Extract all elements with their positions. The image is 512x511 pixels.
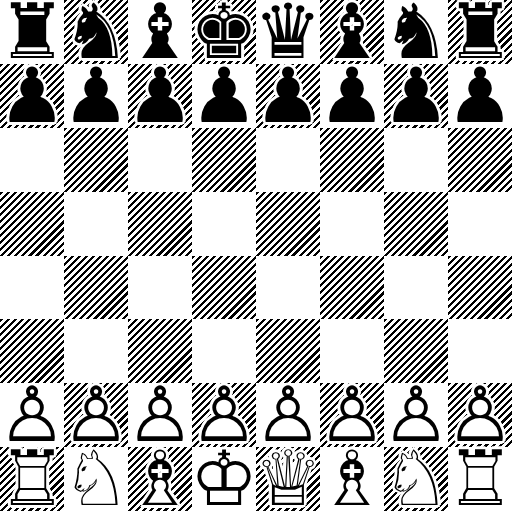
square-a5[interactable] bbox=[0, 192, 64, 256]
piece-black-pawn[interactable]: ♟♟ bbox=[64, 64, 128, 128]
piece-white-bishop[interactable]: ♝♗ bbox=[128, 447, 192, 511]
square-d4[interactable] bbox=[192, 256, 256, 320]
piece-glyph: ♗ bbox=[128, 447, 192, 511]
piece-glyph: ♟ bbox=[320, 64, 384, 128]
square-d5[interactable] bbox=[192, 192, 256, 256]
square-a4[interactable] bbox=[0, 256, 64, 320]
square-c4[interactable] bbox=[128, 256, 192, 320]
piece-black-pawn[interactable]: ♟♟ bbox=[192, 64, 256, 128]
piece-white-knight[interactable]: ♞♘ bbox=[64, 447, 128, 511]
square-h4[interactable] bbox=[448, 256, 512, 320]
square-f1[interactable]: ♝♗ bbox=[320, 447, 384, 511]
square-g1[interactable]: ♞♘ bbox=[384, 447, 448, 511]
piece-white-rook[interactable]: ♜♖ bbox=[448, 447, 512, 511]
piece-glyph: ♖ bbox=[448, 447, 512, 511]
piece-glyph: ♗ bbox=[320, 447, 384, 511]
square-h5[interactable] bbox=[448, 192, 512, 256]
square-e4[interactable] bbox=[256, 256, 320, 320]
piece-glyph: ♟ bbox=[448, 64, 512, 128]
square-c7[interactable]: ♟♟ bbox=[128, 64, 192, 128]
square-h1[interactable]: ♜♖ bbox=[448, 447, 512, 511]
square-d1[interactable]: ♚♔ bbox=[192, 447, 256, 511]
square-g7[interactable]: ♟♟ bbox=[384, 64, 448, 128]
square-a1[interactable]: ♜♖ bbox=[0, 447, 64, 511]
piece-white-rook[interactable]: ♜♖ bbox=[0, 447, 64, 511]
square-b1[interactable]: ♞♘ bbox=[64, 447, 128, 511]
square-f4[interactable] bbox=[320, 256, 384, 320]
piece-black-pawn[interactable]: ♟♟ bbox=[448, 64, 512, 128]
piece-glyph: ♟ bbox=[384, 64, 448, 128]
piece-black-pawn[interactable]: ♟♟ bbox=[384, 64, 448, 128]
piece-glyph: ♟ bbox=[64, 64, 128, 128]
piece-glyph: ♖ bbox=[0, 447, 64, 511]
piece-white-king[interactable]: ♚♔ bbox=[192, 447, 256, 511]
piece-glyph: ♟ bbox=[192, 64, 256, 128]
square-d7[interactable]: ♟♟ bbox=[192, 64, 256, 128]
piece-glyph: ♕ bbox=[256, 447, 320, 511]
piece-glyph: ♘ bbox=[384, 447, 448, 511]
piece-black-pawn[interactable]: ♟♟ bbox=[128, 64, 192, 128]
piece-black-pawn[interactable]: ♟♟ bbox=[256, 64, 320, 128]
piece-black-pawn[interactable]: ♟♟ bbox=[0, 64, 64, 128]
square-c5[interactable] bbox=[128, 192, 192, 256]
square-e7[interactable]: ♟♟ bbox=[256, 64, 320, 128]
piece-glyph: ♘ bbox=[64, 447, 128, 511]
piece-black-pawn[interactable]: ♟♟ bbox=[320, 64, 384, 128]
square-b5[interactable] bbox=[64, 192, 128, 256]
piece-white-queen[interactable]: ♛♕ bbox=[256, 447, 320, 511]
square-g5[interactable] bbox=[384, 192, 448, 256]
chess-board: ♜♜♞♞♝♝♚♚♛♛♝♝♞♞♜♜♟♟♟♟♟♟♟♟♟♟♟♟♟♟♟♟♟♙♟♙♟♙♟♙… bbox=[0, 0, 512, 511]
square-e5[interactable] bbox=[256, 192, 320, 256]
square-h7[interactable]: ♟♟ bbox=[448, 64, 512, 128]
square-f5[interactable] bbox=[320, 192, 384, 256]
square-a7[interactable]: ♟♟ bbox=[0, 64, 64, 128]
square-f7[interactable]: ♟♟ bbox=[320, 64, 384, 128]
piece-glyph: ♟ bbox=[256, 64, 320, 128]
square-c1[interactable]: ♝♗ bbox=[128, 447, 192, 511]
square-g4[interactable] bbox=[384, 256, 448, 320]
piece-glyph: ♟ bbox=[0, 64, 64, 128]
square-b7[interactable]: ♟♟ bbox=[64, 64, 128, 128]
square-b4[interactable] bbox=[64, 256, 128, 320]
piece-white-knight[interactable]: ♞♘ bbox=[384, 447, 448, 511]
piece-glyph: ♟ bbox=[128, 64, 192, 128]
piece-white-bishop[interactable]: ♝♗ bbox=[320, 447, 384, 511]
square-e1[interactable]: ♛♕ bbox=[256, 447, 320, 511]
piece-glyph: ♔ bbox=[192, 447, 256, 511]
